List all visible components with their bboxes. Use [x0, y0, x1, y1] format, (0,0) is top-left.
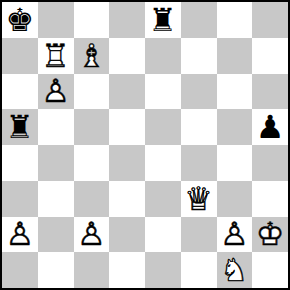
square-c6[interactable] [74, 74, 110, 110]
square-c1[interactable] [74, 252, 110, 288]
square-f8[interactable] [181, 2, 217, 38]
white-rook-glyph: ♖ [38, 38, 74, 74]
square-c3[interactable] [74, 181, 110, 217]
square-c5[interactable] [74, 109, 110, 145]
white-king: ♚♔ [252, 217, 288, 253]
square-d1[interactable] [109, 252, 145, 288]
square-h3[interactable] [252, 181, 288, 217]
square-h7[interactable] [252, 38, 288, 74]
black-rook-glyph: ♜ [2, 109, 38, 145]
square-b6[interactable]: ♟♙ [38, 74, 74, 110]
square-d2[interactable] [109, 217, 145, 253]
white-rook: ♜♖ [38, 38, 74, 74]
square-e4[interactable] [145, 145, 181, 181]
square-h2[interactable]: ♚♔ [252, 217, 288, 253]
square-d7[interactable] [109, 38, 145, 74]
square-g6[interactable] [217, 74, 253, 110]
black-pawn-glyph: ♟ [252, 109, 288, 145]
square-f3[interactable]: ♛♕ [181, 181, 217, 217]
white-bishop-glyph: ♗ [74, 38, 110, 74]
square-b4[interactable] [38, 145, 74, 181]
square-g3[interactable] [217, 181, 253, 217]
white-pawn-glyph: ♙ [38, 74, 74, 110]
square-f1[interactable] [181, 252, 217, 288]
black-rook-glyph: ♜ [145, 2, 181, 38]
square-h4[interactable] [252, 145, 288, 181]
square-f7[interactable] [181, 38, 217, 74]
square-a7[interactable] [2, 38, 38, 74]
square-b5[interactable] [38, 109, 74, 145]
square-f6[interactable] [181, 74, 217, 110]
square-b1[interactable] [38, 252, 74, 288]
square-d5[interactable] [109, 109, 145, 145]
white-king-glyph: ♔ [252, 217, 288, 253]
square-a3[interactable] [2, 181, 38, 217]
white-pawn: ♟♙ [2, 217, 38, 253]
square-e1[interactable] [145, 252, 181, 288]
square-e8[interactable]: ♜ [145, 2, 181, 38]
square-g1[interactable]: ♞♘ [217, 252, 253, 288]
white-queen: ♛♕ [181, 181, 217, 217]
square-b8[interactable] [38, 2, 74, 38]
square-h8[interactable] [252, 2, 288, 38]
square-c2[interactable]: ♟♙ [74, 217, 110, 253]
square-g5[interactable] [217, 109, 253, 145]
square-b7[interactable]: ♜♖ [38, 38, 74, 74]
square-a6[interactable] [2, 74, 38, 110]
square-g7[interactable] [217, 38, 253, 74]
square-c7[interactable]: ♝♗ [74, 38, 110, 74]
square-a8[interactable]: ♚ [2, 2, 38, 38]
square-h6[interactable] [252, 74, 288, 110]
square-e6[interactable] [145, 74, 181, 110]
square-h1[interactable] [252, 252, 288, 288]
square-g4[interactable] [217, 145, 253, 181]
white-pawn: ♟♙ [217, 217, 253, 253]
square-g8[interactable] [217, 2, 253, 38]
white-pawn-glyph: ♙ [217, 217, 253, 253]
black-rook: ♜ [2, 109, 38, 145]
square-d6[interactable] [109, 74, 145, 110]
square-f2[interactable] [181, 217, 217, 253]
square-g2[interactable]: ♟♙ [217, 217, 253, 253]
square-a2[interactable]: ♟♙ [2, 217, 38, 253]
white-knight: ♞♘ [217, 252, 253, 288]
square-c4[interactable] [74, 145, 110, 181]
square-e2[interactable] [145, 217, 181, 253]
black-king-glyph: ♚ [2, 2, 38, 38]
square-a5[interactable]: ♜ [2, 109, 38, 145]
square-e5[interactable] [145, 109, 181, 145]
square-c8[interactable] [74, 2, 110, 38]
square-f4[interactable] [181, 145, 217, 181]
square-h5[interactable]: ♟ [252, 109, 288, 145]
square-e7[interactable] [145, 38, 181, 74]
white-queen-glyph: ♕ [181, 181, 217, 217]
square-d8[interactable] [109, 2, 145, 38]
white-knight-glyph: ♘ [217, 252, 253, 288]
chess-board: ♚♜♜♖♝♗♟♙♜♟♛♕♟♙♟♙♟♙♚♔♞♘ [2, 2, 288, 288]
white-pawn-glyph: ♙ [74, 217, 110, 253]
white-pawn: ♟♙ [74, 217, 110, 253]
black-rook: ♜ [145, 2, 181, 38]
white-bishop: ♝♗ [74, 38, 110, 74]
square-b2[interactable] [38, 217, 74, 253]
black-king: ♚ [2, 2, 38, 38]
white-pawn: ♟♙ [38, 74, 74, 110]
square-f5[interactable] [181, 109, 217, 145]
chess-board-frame: ♚♜♜♖♝♗♟♙♜♟♛♕♟♙♟♙♟♙♚♔♞♘ [0, 0, 290, 290]
square-d3[interactable] [109, 181, 145, 217]
white-pawn-glyph: ♙ [2, 217, 38, 253]
square-a4[interactable] [2, 145, 38, 181]
square-b3[interactable] [38, 181, 74, 217]
black-pawn: ♟ [252, 109, 288, 145]
square-e3[interactable] [145, 181, 181, 217]
square-d4[interactable] [109, 145, 145, 181]
square-a1[interactable] [2, 252, 38, 288]
